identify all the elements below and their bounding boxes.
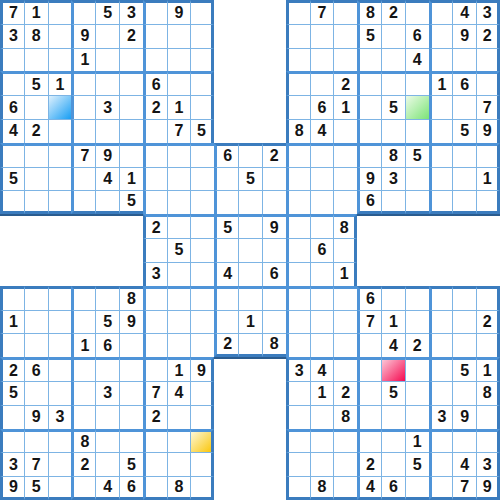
cell-r1-c15[interactable]: 5 (357, 24, 381, 48)
cell-r6-c10[interactable] (238, 143, 262, 167)
cell-r1-c16[interactable] (381, 24, 405, 48)
cell-r16-c19[interactable] (452, 381, 476, 405)
cell-r13-c7[interactable] (167, 310, 191, 334)
cell-r17-c7[interactable] (167, 405, 191, 429)
cell-r16-c6[interactable]: 7 (143, 381, 167, 405)
cell-r14-c2[interactable] (48, 333, 72, 357)
cell-r12-c18[interactable] (429, 286, 453, 310)
cell-r8-c17[interactable] (405, 190, 429, 214)
cell-r15-c18[interactable] (429, 357, 453, 381)
cell-r8-c4[interactable] (95, 190, 119, 214)
cell-r0-c3[interactable] (71, 0, 95, 24)
cell-r19-c5[interactable]: 5 (119, 452, 143, 476)
cell-r19-c16[interactable] (381, 452, 405, 476)
cell-r5-c20[interactable]: 9 (476, 119, 500, 143)
cell-r0-c12[interactable] (286, 0, 310, 24)
cell-r12-c9[interactable] (214, 286, 238, 310)
cell-r1-c17[interactable]: 6 (405, 24, 429, 48)
cell-r0-c1[interactable]: 1 (24, 0, 48, 24)
cell-r3-c1[interactable]: 5 (24, 71, 48, 95)
cell-r16-c1[interactable] (24, 381, 48, 405)
cell-r20-c19[interactable]: 7 (452, 476, 476, 500)
cell-r12-c0[interactable] (0, 286, 24, 310)
cell-r3-c14[interactable]: 2 (333, 71, 357, 95)
cell-r13-c20[interactable]: 2 (476, 310, 500, 334)
cell-r1-c13[interactable] (310, 24, 334, 48)
highlighted-cell-pink-r15-c16[interactable] (381, 357, 405, 381)
cell-r10-c9[interactable] (214, 238, 238, 262)
cell-r2-c4[interactable] (95, 48, 119, 72)
cell-r3-c15[interactable] (357, 71, 381, 95)
cell-r13-c19[interactable] (452, 310, 476, 334)
cell-r12-c7[interactable] (167, 286, 191, 310)
cell-r18-c14[interactable] (333, 429, 357, 453)
cell-r13-c18[interactable] (429, 310, 453, 334)
cell-r18-c19[interactable] (452, 429, 476, 453)
cell-r3-c13[interactable] (310, 71, 334, 95)
cell-r0-c2[interactable] (48, 0, 72, 24)
cell-r0-c4[interactable]: 5 (95, 0, 119, 24)
cell-r16-c0[interactable]: 5 (0, 381, 24, 405)
cell-r11-c11[interactable]: 6 (262, 262, 286, 286)
cell-r17-c17[interactable] (405, 405, 429, 429)
cell-r16-c4[interactable]: 3 (95, 381, 119, 405)
cell-r3-c18[interactable]: 1 (429, 71, 453, 95)
cell-r2-c15[interactable] (357, 48, 381, 72)
cell-r12-c4[interactable] (95, 286, 119, 310)
cell-r16-c20[interactable]: 8 (476, 381, 500, 405)
cell-r12-c5[interactable]: 8 (119, 286, 143, 310)
cell-r0-c6[interactable] (143, 0, 167, 24)
cell-r11-c7[interactable] (167, 262, 191, 286)
cell-r3-c17[interactable] (405, 71, 429, 95)
cell-r19-c3[interactable]: 2 (71, 452, 95, 476)
cell-r1-c0[interactable]: 3 (0, 24, 24, 48)
cell-r14-c20[interactable] (476, 333, 500, 357)
cell-r15-c19[interactable]: 5 (452, 357, 476, 381)
cell-r1-c7[interactable] (167, 24, 191, 48)
cell-r20-c6[interactable] (143, 476, 167, 500)
cell-r20-c18[interactable] (429, 476, 453, 500)
cell-r9-c12[interactable] (286, 214, 310, 238)
cell-r10-c11[interactable] (262, 238, 286, 262)
cell-r18-c6[interactable] (143, 429, 167, 453)
cell-r16-c16[interactable]: 5 (381, 381, 405, 405)
cell-r13-c17[interactable] (405, 310, 429, 334)
cell-r4-c0[interactable]: 6 (0, 95, 24, 119)
cell-r15-c12[interactable]: 3 (286, 357, 310, 381)
cell-r19-c7[interactable] (167, 452, 191, 476)
cell-r14-c6[interactable] (143, 333, 167, 357)
cell-r6-c12[interactable] (286, 143, 310, 167)
cell-r8-c3[interactable] (71, 190, 95, 214)
cell-r19-c12[interactable] (286, 452, 310, 476)
cell-r9-c9[interactable]: 5 (214, 214, 238, 238)
cell-r13-c2[interactable] (48, 310, 72, 334)
cell-r2-c8[interactable] (190, 48, 214, 72)
cell-r4-c19[interactable] (452, 95, 476, 119)
cell-r11-c10[interactable] (238, 262, 262, 286)
cell-r0-c19[interactable]: 4 (452, 0, 476, 24)
cell-r20-c14[interactable] (333, 476, 357, 500)
cell-r19-c17[interactable]: 5 (405, 452, 429, 476)
cell-r20-c1[interactable]: 5 (24, 476, 48, 500)
cell-r8-c16[interactable] (381, 190, 405, 214)
cell-r20-c20[interactable]: 9 (476, 476, 500, 500)
cell-r7-c6[interactable] (143, 167, 167, 191)
cell-r6-c11[interactable]: 2 (262, 143, 286, 167)
cell-r15-c13[interactable]: 4 (310, 357, 334, 381)
cell-r5-c2[interactable] (48, 119, 72, 143)
cell-r3-c16[interactable] (381, 71, 405, 95)
cell-r2-c17[interactable]: 4 (405, 48, 429, 72)
cell-r1-c19[interactable]: 9 (452, 24, 476, 48)
cell-r7-c17[interactable] (405, 167, 429, 191)
cell-r7-c14[interactable] (333, 167, 357, 191)
cell-r7-c20[interactable]: 1 (476, 167, 500, 191)
cell-r12-c2[interactable] (48, 286, 72, 310)
cell-r1-c20[interactable]: 2 (476, 24, 500, 48)
cell-r17-c16[interactable] (381, 405, 405, 429)
cell-r15-c5[interactable] (119, 357, 143, 381)
cell-r5-c6[interactable] (143, 119, 167, 143)
cell-r10-c12[interactable] (286, 238, 310, 262)
cell-r0-c15[interactable]: 8 (357, 0, 381, 24)
cell-r14-c5[interactable] (119, 333, 143, 357)
cell-r14-c9[interactable]: 2 (214, 333, 238, 357)
cell-r19-c15[interactable]: 2 (357, 452, 381, 476)
cell-r3-c6[interactable]: 6 (143, 71, 167, 95)
cell-r6-c19[interactable] (452, 143, 476, 167)
cell-r5-c7[interactable]: 7 (167, 119, 191, 143)
cell-r7-c4[interactable]: 4 (95, 167, 119, 191)
cell-r10-c8[interactable] (190, 238, 214, 262)
cell-r16-c8[interactable] (190, 381, 214, 405)
highlighted-cell-yellow-r18-c8[interactable] (190, 429, 214, 453)
cell-r13-c4[interactable]: 5 (95, 310, 119, 334)
cell-r0-c0[interactable]: 7 (0, 0, 24, 24)
cell-r15-c8[interactable]: 9 (190, 357, 214, 381)
cell-r7-c13[interactable] (310, 167, 334, 191)
cell-r14-c17[interactable]: 2 (405, 333, 429, 357)
cell-r14-c4[interactable]: 6 (95, 333, 119, 357)
cell-r1-c5[interactable]: 2 (119, 24, 143, 48)
cell-r9-c7[interactable] (167, 214, 191, 238)
cell-r7-c9[interactable] (214, 167, 238, 191)
cell-r0-c5[interactable]: 3 (119, 0, 143, 24)
cell-r18-c12[interactable] (286, 429, 310, 453)
cell-r4-c16[interactable]: 5 (381, 95, 405, 119)
cell-r11-c12[interactable] (286, 262, 310, 286)
cell-r14-c18[interactable] (429, 333, 453, 357)
cell-r2-c1[interactable] (24, 48, 48, 72)
cell-r19-c14[interactable] (333, 452, 357, 476)
cell-r18-c16[interactable] (381, 429, 405, 453)
cell-r6-c2[interactable] (48, 143, 72, 167)
cell-r5-c16[interactable] (381, 119, 405, 143)
cell-r6-c6[interactable] (143, 143, 167, 167)
cell-r14-c3[interactable]: 1 (71, 333, 95, 357)
cell-r9-c8[interactable] (190, 214, 214, 238)
cell-r4-c7[interactable]: 1 (167, 95, 191, 119)
highlighted-cell-green-r4-c17[interactable] (405, 95, 429, 119)
cell-r15-c4[interactable] (95, 357, 119, 381)
cell-r18-c15[interactable] (357, 429, 381, 453)
cell-r1-c12[interactable] (286, 24, 310, 48)
cell-r0-c20[interactable]: 3 (476, 0, 500, 24)
cell-r20-c16[interactable]: 6 (381, 476, 405, 500)
cell-r16-c7[interactable]: 4 (167, 381, 191, 405)
cell-r8-c7[interactable] (167, 190, 191, 214)
cell-r12-c19[interactable] (452, 286, 476, 310)
cell-r3-c0[interactable] (0, 71, 24, 95)
cell-r17-c0[interactable] (0, 405, 24, 429)
cell-r18-c7[interactable] (167, 429, 191, 453)
cell-r15-c17[interactable] (405, 357, 429, 381)
cell-r11-c13[interactable] (310, 262, 334, 286)
cell-r7-c8[interactable] (190, 167, 214, 191)
cell-r13-c14[interactable] (333, 310, 357, 334)
cell-r9-c6[interactable]: 2 (143, 214, 167, 238)
cell-r20-c0[interactable]: 9 (0, 476, 24, 500)
cell-r13-c15[interactable]: 7 (357, 310, 381, 334)
cell-r12-c15[interactable]: 6 (357, 286, 381, 310)
cell-r0-c7[interactable]: 9 (167, 0, 191, 24)
cell-r8-c20[interactable] (476, 190, 500, 214)
cell-r8-c8[interactable] (190, 190, 214, 214)
cell-r14-c12[interactable] (286, 333, 310, 357)
cell-r19-c1[interactable]: 7 (24, 452, 48, 476)
cell-r2-c16[interactable] (381, 48, 405, 72)
cell-r12-c10[interactable] (238, 286, 262, 310)
cell-r8-c2[interactable] (48, 190, 72, 214)
cell-r5-c14[interactable] (333, 119, 357, 143)
cell-r5-c1[interactable]: 2 (24, 119, 48, 143)
cell-r5-c8[interactable]: 5 (190, 119, 214, 143)
cell-r1-c4[interactable] (95, 24, 119, 48)
cell-r9-c10[interactable] (238, 214, 262, 238)
cell-r12-c1[interactable] (24, 286, 48, 310)
cell-r4-c12[interactable] (286, 95, 310, 119)
cell-r1-c6[interactable] (143, 24, 167, 48)
cell-r0-c13[interactable]: 7 (310, 0, 334, 24)
cell-r10-c13[interactable]: 6 (310, 238, 334, 262)
cell-r15-c20[interactable]: 1 (476, 357, 500, 381)
cell-r10-c6[interactable] (143, 238, 167, 262)
cell-r7-c19[interactable] (452, 167, 476, 191)
cell-r8-c5[interactable]: 5 (119, 190, 143, 214)
cell-r2-c18[interactable] (429, 48, 453, 72)
cell-r17-c8[interactable] (190, 405, 214, 429)
cell-r8-c1[interactable] (24, 190, 48, 214)
cell-r14-c14[interactable] (333, 333, 357, 357)
cell-r0-c8[interactable] (190, 0, 214, 24)
cell-r5-c17[interactable] (405, 119, 429, 143)
cell-r2-c14[interactable] (333, 48, 357, 72)
cell-r5-c13[interactable]: 4 (310, 119, 334, 143)
cell-r14-c13[interactable] (310, 333, 334, 357)
cell-r13-c5[interactable]: 9 (119, 310, 143, 334)
cell-r5-c4[interactable] (95, 119, 119, 143)
cell-r2-c6[interactable] (143, 48, 167, 72)
cell-r17-c18[interactable]: 3 (429, 405, 453, 429)
cell-r17-c4[interactable] (95, 405, 119, 429)
cell-r19-c6[interactable] (143, 452, 167, 476)
cell-r6-c8[interactable] (190, 143, 214, 167)
cell-r8-c13[interactable] (310, 190, 334, 214)
cell-r7-c12[interactable] (286, 167, 310, 191)
cell-r13-c10[interactable]: 1 (238, 310, 262, 334)
cell-r19-c8[interactable] (190, 452, 214, 476)
cell-r14-c1[interactable] (24, 333, 48, 357)
cell-r14-c8[interactable] (190, 333, 214, 357)
cell-r18-c1[interactable] (24, 429, 48, 453)
cell-r5-c0[interactable]: 4 (0, 119, 24, 143)
cell-r8-c19[interactable] (452, 190, 476, 214)
cell-r6-c3[interactable]: 7 (71, 143, 95, 167)
cell-r15-c0[interactable]: 2 (0, 357, 24, 381)
cell-r20-c3[interactable] (71, 476, 95, 500)
cell-r20-c15[interactable]: 4 (357, 476, 381, 500)
cell-r17-c12[interactable] (286, 405, 310, 429)
cell-r6-c15[interactable] (357, 143, 381, 167)
cell-r18-c18[interactable] (429, 429, 453, 453)
cell-r13-c12[interactable] (286, 310, 310, 334)
cell-r3-c4[interactable] (95, 71, 119, 95)
cell-r4-c8[interactable] (190, 95, 214, 119)
cell-r6-c4[interactable]: 9 (95, 143, 119, 167)
cell-r20-c7[interactable]: 8 (167, 476, 191, 500)
cell-r3-c12[interactable] (286, 71, 310, 95)
cell-r7-c15[interactable]: 9 (357, 167, 381, 191)
cell-r4-c3[interactable] (71, 95, 95, 119)
cell-r5-c19[interactable]: 5 (452, 119, 476, 143)
cell-r14-c11[interactable]: 8 (262, 333, 286, 357)
cell-r18-c17[interactable]: 1 (405, 429, 429, 453)
cell-r6-c17[interactable]: 5 (405, 143, 429, 167)
cell-r15-c1[interactable]: 6 (24, 357, 48, 381)
cell-r9-c13[interactable] (310, 214, 334, 238)
cell-r20-c17[interactable] (405, 476, 429, 500)
cell-r4-c13[interactable]: 6 (310, 95, 334, 119)
cell-r0-c14[interactable] (333, 0, 357, 24)
cell-r13-c13[interactable] (310, 310, 334, 334)
cell-r20-c2[interactable] (48, 476, 72, 500)
cell-r1-c1[interactable]: 8 (24, 24, 48, 48)
cell-r0-c16[interactable]: 2 (381, 0, 405, 24)
cell-r5-c12[interactable]: 8 (286, 119, 310, 143)
cell-r13-c1[interactable] (24, 310, 48, 334)
cell-r6-c14[interactable] (333, 143, 357, 167)
cell-r2-c0[interactable] (0, 48, 24, 72)
cell-r8-c15[interactable]: 6 (357, 190, 381, 214)
cell-r8-c9[interactable] (214, 190, 238, 214)
cell-r17-c5[interactable] (119, 405, 143, 429)
cell-r7-c3[interactable] (71, 167, 95, 191)
cell-r3-c20[interactable] (476, 71, 500, 95)
cell-r5-c5[interactable] (119, 119, 143, 143)
cell-r13-c16[interactable]: 1 (381, 310, 405, 334)
cell-r20-c13[interactable]: 8 (310, 476, 334, 500)
cell-r8-c6[interactable] (143, 190, 167, 214)
cell-r13-c3[interactable] (71, 310, 95, 334)
cell-r13-c9[interactable] (214, 310, 238, 334)
cell-r12-c8[interactable] (190, 286, 214, 310)
cell-r12-c3[interactable] (71, 286, 95, 310)
cell-r9-c11[interactable]: 9 (262, 214, 286, 238)
cell-r0-c17[interactable] (405, 0, 429, 24)
cell-r18-c5[interactable] (119, 429, 143, 453)
cell-r17-c6[interactable]: 2 (143, 405, 167, 429)
cell-r1-c8[interactable] (190, 24, 214, 48)
cell-r5-c18[interactable] (429, 119, 453, 143)
cell-r15-c3[interactable] (71, 357, 95, 381)
cell-r7-c1[interactable] (24, 167, 48, 191)
cell-r8-c0[interactable] (0, 190, 24, 214)
cell-r4-c15[interactable] (357, 95, 381, 119)
cell-r12-c11[interactable] (262, 286, 286, 310)
cell-r12-c6[interactable] (143, 286, 167, 310)
cell-r17-c3[interactable] (71, 405, 95, 429)
cell-r14-c10[interactable] (238, 333, 262, 357)
cell-r12-c12[interactable] (286, 286, 310, 310)
cell-r19-c4[interactable] (95, 452, 119, 476)
cell-r18-c0[interactable] (0, 429, 24, 453)
cell-r4-c20[interactable]: 7 (476, 95, 500, 119)
cell-r16-c18[interactable] (429, 381, 453, 405)
cell-r3-c8[interactable] (190, 71, 214, 95)
cell-r6-c13[interactable] (310, 143, 334, 167)
cell-r20-c12[interactable] (286, 476, 310, 500)
cell-r1-c18[interactable] (429, 24, 453, 48)
cell-r16-c17[interactable] (405, 381, 429, 405)
cell-r17-c1[interactable]: 9 (24, 405, 48, 429)
cell-r20-c4[interactable]: 4 (95, 476, 119, 500)
cell-r2-c12[interactable] (286, 48, 310, 72)
cell-r19-c19[interactable]: 4 (452, 452, 476, 476)
cell-r18-c20[interactable] (476, 429, 500, 453)
cell-r14-c16[interactable]: 4 (381, 333, 405, 357)
cell-r12-c17[interactable] (405, 286, 429, 310)
cell-r17-c19[interactable]: 9 (452, 405, 476, 429)
cell-r7-c16[interactable]: 3 (381, 167, 405, 191)
cell-r13-c0[interactable]: 1 (0, 310, 24, 334)
cell-r16-c12[interactable] (286, 381, 310, 405)
cell-r15-c2[interactable] (48, 357, 72, 381)
cell-r13-c6[interactable] (143, 310, 167, 334)
cell-r12-c20[interactable] (476, 286, 500, 310)
cell-r17-c15[interactable] (357, 405, 381, 429)
cell-r16-c3[interactable] (71, 381, 95, 405)
cell-r4-c14[interactable]: 1 (333, 95, 357, 119)
cell-r2-c19[interactable] (452, 48, 476, 72)
cell-r7-c5[interactable]: 1 (119, 167, 143, 191)
cell-r19-c18[interactable] (429, 452, 453, 476)
cell-r4-c18[interactable] (429, 95, 453, 119)
cell-r10-c7[interactable]: 5 (167, 238, 191, 262)
cell-r6-c20[interactable] (476, 143, 500, 167)
cell-r4-c5[interactable] (119, 95, 143, 119)
highlighted-cell-blue-r4-c2[interactable] (48, 95, 72, 119)
cell-r14-c0[interactable] (0, 333, 24, 357)
cell-r16-c14[interactable]: 2 (333, 381, 357, 405)
cell-r17-c2[interactable]: 3 (48, 405, 72, 429)
cell-r3-c7[interactable] (167, 71, 191, 95)
cell-r12-c16[interactable] (381, 286, 405, 310)
cell-r19-c2[interactable] (48, 452, 72, 476)
cell-r2-c20[interactable] (476, 48, 500, 72)
cell-r10-c14[interactable] (333, 238, 357, 262)
